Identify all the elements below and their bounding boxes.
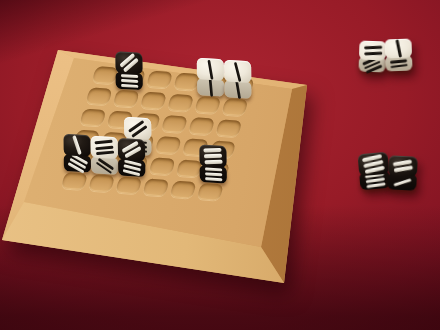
pip-bars-2 bbox=[119, 53, 138, 72]
bar bbox=[207, 59, 213, 79]
pip-bars-3 bbox=[203, 148, 222, 164]
square-recess bbox=[148, 157, 175, 175]
die-white-r1c5[interactable] bbox=[197, 58, 225, 97]
square-recess bbox=[215, 119, 242, 137]
die-black-r5c1[interactable] bbox=[63, 134, 91, 173]
pip-bars-2 bbox=[364, 46, 382, 55]
bar bbox=[205, 167, 222, 171]
die-black-tray-2[interactable] bbox=[387, 155, 418, 190]
pip-bars-3 bbox=[362, 154, 385, 174]
die-top-face bbox=[224, 60, 251, 83]
square-recess bbox=[169, 181, 196, 199]
bar bbox=[390, 59, 407, 64]
die-top-face bbox=[91, 136, 118, 159]
die-white-tray-2[interactable] bbox=[384, 39, 412, 72]
die-black-r1c2[interactable] bbox=[115, 51, 143, 90]
square-recess bbox=[115, 176, 142, 194]
square-recess bbox=[188, 117, 215, 135]
pip-bars-3 bbox=[94, 140, 114, 155]
die-top-face bbox=[388, 155, 418, 176]
bar bbox=[395, 39, 402, 57]
die-white-tray-1[interactable] bbox=[358, 41, 386, 73]
pip-bars-2 bbox=[393, 160, 413, 172]
square-recess bbox=[140, 92, 167, 110]
square-recess bbox=[197, 183, 224, 201]
die-top-face bbox=[199, 144, 226, 167]
pip-bars-1 bbox=[393, 178, 411, 186]
bar bbox=[95, 145, 113, 150]
square-recess bbox=[112, 89, 139, 107]
bar bbox=[204, 154, 222, 158]
die-top-face bbox=[359, 41, 387, 61]
bar bbox=[393, 178, 411, 186]
die-black-r5c6[interactable] bbox=[199, 144, 227, 183]
bar bbox=[394, 166, 413, 172]
pip-bars-3 bbox=[205, 167, 222, 181]
pip-bars-2 bbox=[96, 158, 114, 174]
bar bbox=[205, 172, 222, 176]
bar bbox=[203, 148, 221, 152]
table-scene bbox=[0, 0, 440, 330]
square-recess bbox=[79, 108, 106, 126]
square-recess bbox=[146, 70, 173, 88]
die-top-face bbox=[124, 117, 151, 140]
pip-bars-1 bbox=[207, 59, 213, 79]
pip-bars-1 bbox=[72, 135, 81, 155]
die-top-face bbox=[118, 138, 145, 161]
square-recess bbox=[221, 98, 248, 116]
pip-bars-2 bbox=[122, 141, 142, 158]
bar bbox=[366, 182, 385, 188]
die-top-face bbox=[384, 39, 412, 59]
die-top-face bbox=[115, 51, 142, 74]
bar bbox=[390, 63, 407, 68]
square-recess bbox=[88, 174, 115, 192]
square-recess bbox=[85, 87, 112, 105]
bar bbox=[204, 160, 222, 164]
die-white-r1c6[interactable] bbox=[224, 60, 252, 99]
bar bbox=[364, 52, 382, 55]
die-top-face bbox=[197, 58, 224, 81]
pip-bars-2 bbox=[390, 59, 408, 68]
die-top-face bbox=[63, 134, 90, 157]
square-recess bbox=[142, 178, 169, 196]
die-top-face bbox=[357, 152, 389, 177]
pip-bars-2 bbox=[128, 120, 147, 138]
bar bbox=[365, 166, 385, 174]
square-recess bbox=[161, 115, 188, 133]
pip-bars-3 bbox=[121, 74, 138, 88]
die-white-r5c2[interactable] bbox=[91, 136, 119, 175]
bar bbox=[94, 140, 112, 145]
bar bbox=[364, 46, 382, 49]
square-recess bbox=[61, 172, 88, 190]
die-black-tray-1[interactable] bbox=[357, 152, 390, 190]
pip-bars-1 bbox=[234, 61, 242, 81]
square-recess bbox=[167, 94, 194, 112]
square-recess bbox=[155, 136, 182, 154]
bar bbox=[121, 79, 138, 83]
die-black-r5c3[interactable] bbox=[118, 138, 146, 177]
bar bbox=[121, 74, 138, 78]
bar bbox=[72, 135, 81, 155]
pip-bars-1 bbox=[395, 39, 402, 57]
square-recess bbox=[194, 96, 221, 114]
bar bbox=[96, 151, 114, 156]
bar bbox=[234, 61, 242, 81]
